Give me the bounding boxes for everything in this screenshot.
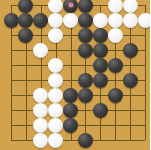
black-stone	[123, 73, 138, 88]
white-stone	[48, 28, 63, 43]
white-stone	[33, 118, 48, 133]
black-stone	[93, 58, 108, 73]
white-stone	[48, 0, 63, 13]
black-stone	[63, 103, 78, 118]
black-stone	[78, 13, 93, 28]
black-stone	[63, 0, 78, 13]
black-stone	[78, 28, 93, 43]
black-stone	[63, 118, 78, 133]
white-stone	[138, 13, 151, 28]
black-stone	[93, 73, 108, 88]
black-stone	[108, 88, 123, 103]
go-board[interactable]	[0, 0, 150, 150]
last-move-marker	[68, 3, 73, 8]
board-gridline	[11, 65, 145, 66]
black-stone	[18, 13, 33, 28]
white-stone	[48, 13, 63, 28]
white-stone	[33, 133, 48, 148]
white-stone	[108, 28, 123, 43]
black-stone	[78, 73, 93, 88]
black-stone	[108, 58, 123, 73]
black-stone	[18, 28, 33, 43]
white-stone	[108, 0, 123, 13]
white-stone	[33, 88, 48, 103]
black-stone	[78, 43, 93, 58]
white-stone	[33, 103, 48, 118]
black-stone	[78, 0, 93, 13]
black-stone	[33, 13, 48, 28]
white-stone	[123, 0, 138, 13]
white-stone	[48, 58, 63, 73]
black-stone	[78, 88, 93, 103]
black-stone	[123, 43, 138, 58]
white-stone	[48, 103, 63, 118]
white-stone	[48, 118, 63, 133]
black-stone	[18, 0, 33, 13]
black-stone	[93, 28, 108, 43]
white-stone	[48, 73, 63, 88]
white-stone	[48, 133, 63, 148]
white-stone	[33, 43, 48, 58]
white-stone	[108, 13, 123, 28]
black-stone	[63, 88, 78, 103]
white-stone	[93, 13, 108, 28]
black-stone	[4, 13, 19, 28]
white-stone	[123, 13, 138, 28]
white-stone	[63, 13, 78, 28]
white-stone	[48, 88, 63, 103]
black-stone	[78, 133, 93, 148]
black-stone	[93, 103, 108, 118]
black-stone	[93, 43, 108, 58]
